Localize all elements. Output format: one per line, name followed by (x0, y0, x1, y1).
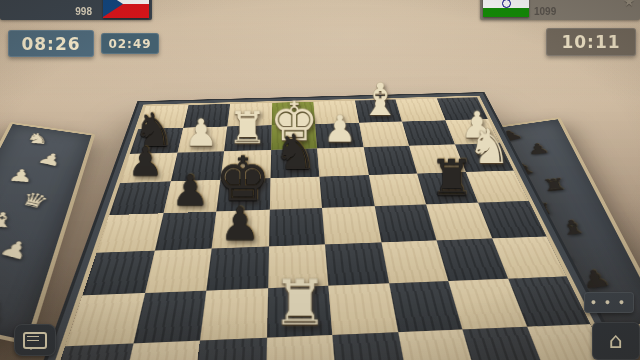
chat-bubble-icon (23, 332, 47, 349)
player-panel-left: ToschaTosTTToTo 998 (0, 0, 152, 20)
india-flag-icon (483, 0, 529, 17)
board-square-d8[interactable] (332, 332, 408, 360)
board-square-g4[interactable]: ♟ (163, 180, 220, 214)
player-panel-right: singhanadian 1099 ★ (480, 0, 640, 20)
captured-black-P: ♟ (526, 143, 551, 156)
chess-piece-black-P-f5[interactable]: ♟ (220, 203, 260, 246)
board-square-e3[interactable]: ♞ (270, 149, 319, 178)
chat-button[interactable] (14, 324, 56, 356)
board-square-e5[interactable] (269, 208, 325, 246)
board-square-d5[interactable] (322, 206, 381, 244)
captured-black-B: ♝ (559, 219, 589, 237)
board-square-h7[interactable] (65, 293, 144, 346)
home-icon: ⌂ (609, 330, 623, 352)
board-square-h3[interactable]: ♟ (120, 153, 177, 183)
board-square-f6[interactable] (206, 246, 268, 290)
board-square-h5[interactable] (97, 213, 163, 252)
captured-white-B: ♝ (0, 211, 16, 229)
captured-white-P: ♟ (7, 168, 35, 183)
board-square-f5[interactable]: ♟ (212, 210, 270, 248)
czech-flag-icon (103, 0, 149, 18)
captured-white-N: ♞ (25, 132, 50, 145)
clock-left-move-timer: 02:49 (101, 33, 159, 54)
board-square-c8[interactable] (398, 329, 479, 360)
board-square-e7[interactable]: ♜ (266, 286, 332, 337)
board-square-d6[interactable] (325, 242, 389, 286)
board-square-c5[interactable] (374, 204, 436, 242)
board-square-d3[interactable] (317, 147, 368, 176)
captured-white-pieces: ♞♟♟♛♝♟♟♟ (0, 126, 87, 335)
clock-left-main-value: 08:26 (21, 34, 80, 54)
player-right-rating: 1099 (534, 6, 556, 17)
board-square-e8[interactable] (265, 335, 337, 360)
clock-left-move-value: 02:49 (108, 37, 151, 51)
chess-piece-white-P-d2[interactable]: ♟ (324, 112, 357, 147)
board-square-g7[interactable] (133, 291, 206, 343)
captured-white-P: ♟ (0, 296, 11, 326)
chess-piece-white-R-e7[interactable]: ♜ (271, 275, 327, 334)
board-square-h6[interactable] (82, 250, 154, 295)
board-square-d2[interactable]: ♟ (315, 123, 363, 149)
board-square-c4[interactable] (368, 173, 426, 206)
captured-white-P: ♟ (35, 151, 65, 168)
chess-piece-white-P-g2[interactable]: ♟ (184, 116, 217, 151)
board-square-g6[interactable] (145, 248, 212, 293)
board-square-c1[interactable]: ♝ (355, 99, 402, 122)
favorite-star-icon: ★ (623, 0, 635, 9)
player-left-name: ToschaTosTTToTo (10, 0, 104, 2)
board-square-d7[interactable] (328, 283, 397, 334)
board-square-g5[interactable] (154, 212, 216, 251)
captured-white-P: ♟ (0, 238, 33, 262)
ellipsis-icon: ● ● ● (591, 298, 627, 307)
clock-left-main: 08:26 (8, 30, 94, 57)
chess-piece-white-B-c1[interactable]: ♝ (360, 79, 400, 121)
clock-right-main: 10:11 (546, 28, 636, 56)
board-square-h4[interactable] (109, 181, 170, 215)
game-scene: ♞♟♟♛♝♟♟♟ ♟♟♝♜♛♝♟♟♟ ♝♞♟♜♚♟♟♟♞♞♟♚♜♟♜ Tosch… (0, 0, 640, 360)
board-square-b4[interactable]: ♜ (417, 172, 478, 205)
captured-black-R: ♜ (541, 178, 568, 193)
more-options-button[interactable]: ● ● ● (584, 292, 634, 313)
chess-piece-white-N-a3[interactable]: ♞ (467, 124, 510, 170)
board-square-h8[interactable] (45, 343, 133, 360)
board-square-f7[interactable] (200, 288, 268, 340)
clock-right-main-value: 10:11 (561, 32, 620, 52)
captured-white-Q: ♛ (18, 191, 51, 211)
home-button[interactable]: ⌂ (592, 322, 640, 360)
board-square-c3[interactable] (363, 146, 417, 175)
chess-piece-black-N-e3[interactable]: ♞ (273, 130, 317, 176)
board-square-e4[interactable] (269, 176, 322, 209)
chess-piece-black-P-h3[interactable]: ♟ (128, 143, 164, 181)
chess-piece-black-P-g4[interactable]: ♟ (171, 171, 209, 211)
board-square-d4[interactable] (319, 175, 374, 208)
chess-piece-black-R-b4[interactable]: ♜ (429, 155, 473, 202)
board-square-f8[interactable] (193, 337, 267, 360)
player-left-rating: 998 (75, 6, 92, 17)
captured-black-P: ♟ (579, 269, 612, 291)
board-square-c2[interactable] (359, 121, 409, 147)
